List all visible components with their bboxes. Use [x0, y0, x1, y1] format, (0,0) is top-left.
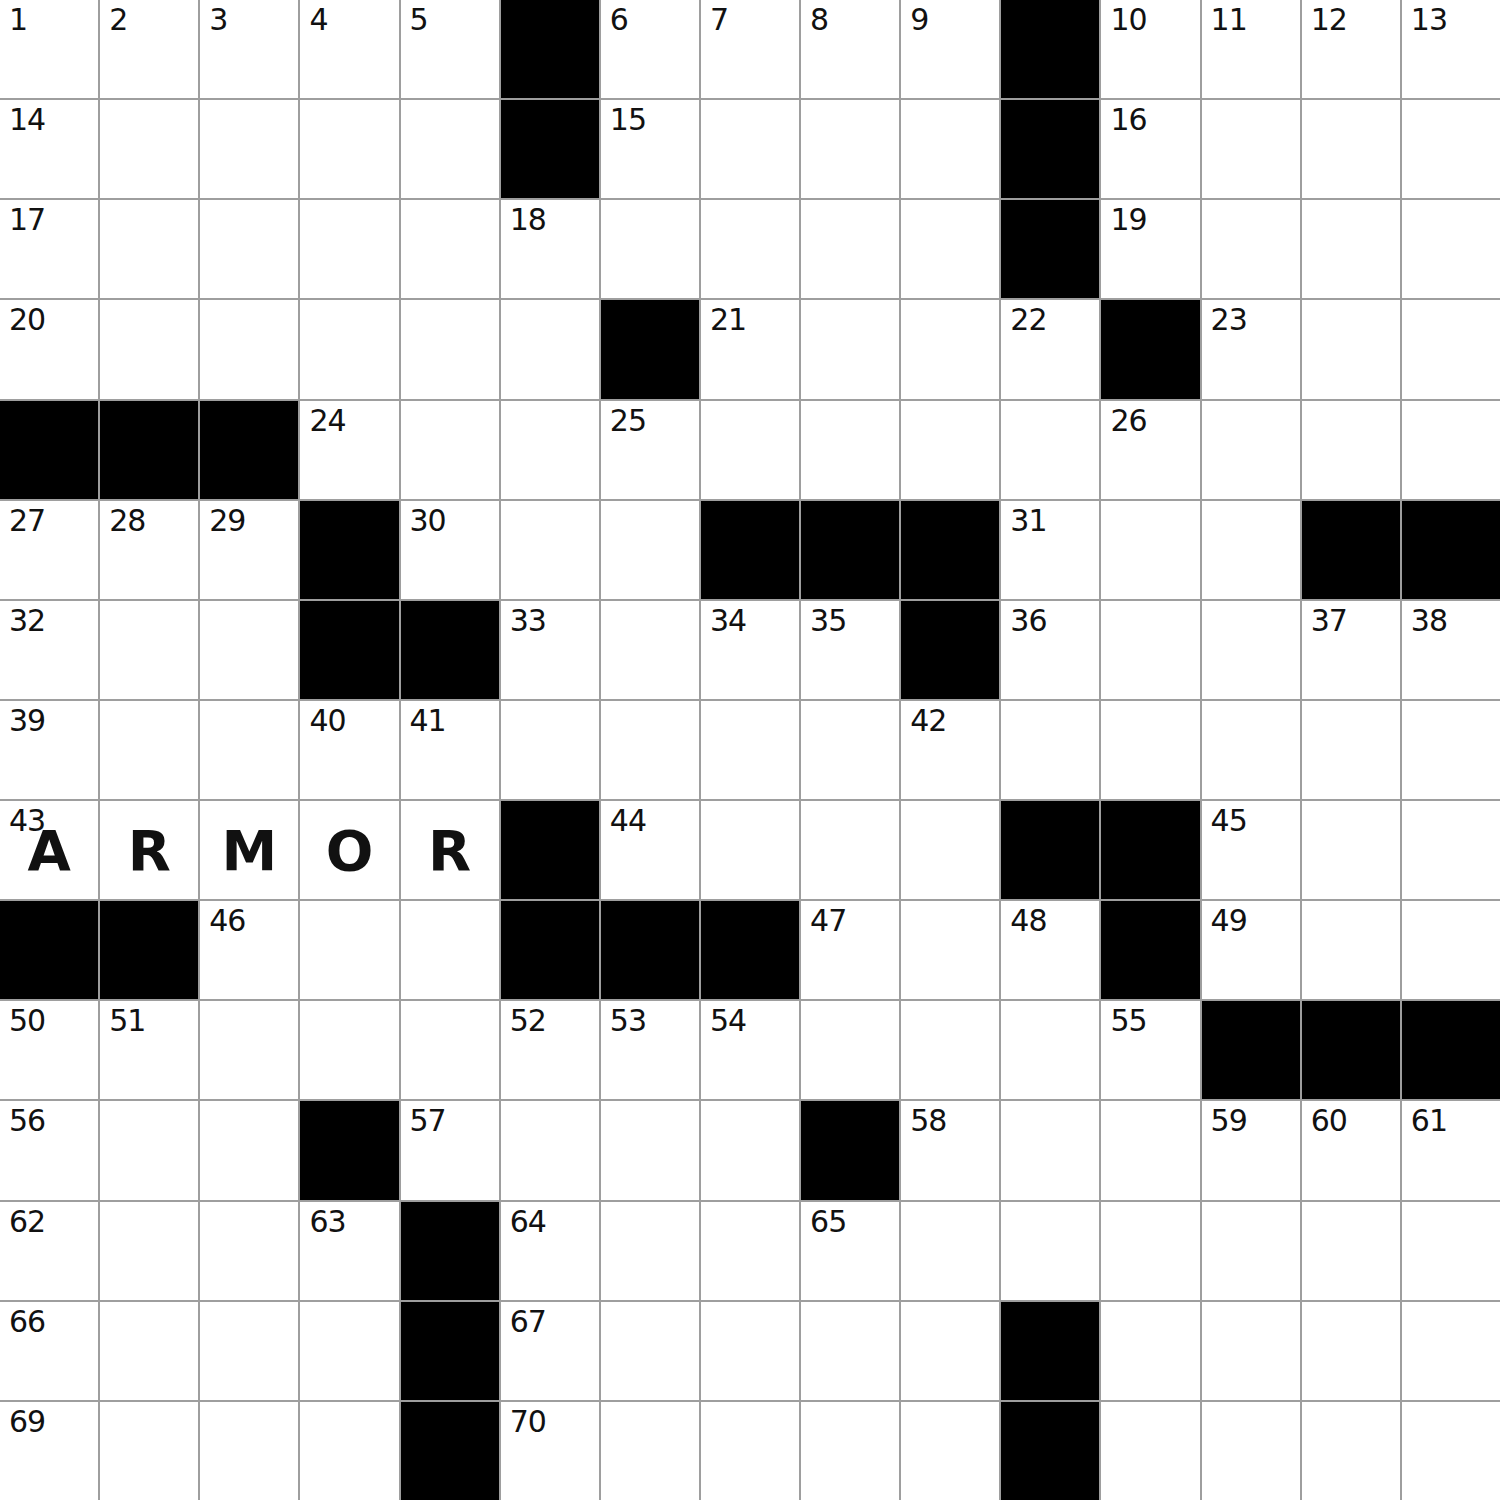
- grid-cell[interactable]: 29: [200, 501, 298, 599]
- clue-number: 44: [610, 806, 646, 836]
- grid-cell[interactable]: [1302, 901, 1400, 999]
- grid-cell[interactable]: [1101, 601, 1199, 699]
- grid-cell[interactable]: [401, 200, 499, 298]
- grid-cell[interactable]: M: [200, 801, 298, 899]
- black-cell: [801, 501, 899, 599]
- grid-cell[interactable]: 56: [0, 1101, 98, 1199]
- grid-cell[interactable]: [1302, 200, 1400, 298]
- clue-number: 23: [1211, 305, 1247, 335]
- grid-cell[interactable]: 66: [0, 1302, 98, 1400]
- black-cell: [601, 901, 699, 999]
- clue-number: 41: [410, 706, 446, 736]
- black-cell: [300, 601, 398, 699]
- clue-number: 45: [1211, 806, 1247, 836]
- grid-cell[interactable]: [801, 701, 899, 799]
- grid-cell[interactable]: 5: [401, 0, 499, 98]
- grid-cell[interactable]: [1101, 701, 1199, 799]
- clue-number: 46: [209, 906, 245, 936]
- grid-cell[interactable]: [901, 801, 999, 899]
- grid-cell[interactable]: [100, 100, 198, 198]
- black-cell: [501, 0, 599, 98]
- clue-number: 12: [1311, 5, 1347, 35]
- grid-cell[interactable]: [200, 100, 298, 198]
- grid-cell[interactable]: [1202, 1302, 1300, 1400]
- clue-number: 29: [209, 506, 245, 536]
- grid-cell[interactable]: [1402, 100, 1500, 198]
- clue-number: 53: [610, 1006, 646, 1036]
- grid-cell[interactable]: [501, 300, 599, 398]
- black-cell: [701, 501, 799, 599]
- grid-cell[interactable]: [701, 401, 799, 499]
- grid-cell[interactable]: [1402, 901, 1500, 999]
- grid-cell[interactable]: [901, 200, 999, 298]
- grid-cell[interactable]: 38: [1402, 601, 1500, 699]
- clue-number: 34: [710, 606, 746, 636]
- grid-cell[interactable]: [1001, 1202, 1099, 1300]
- clue-number: 56: [9, 1106, 45, 1136]
- grid-cell[interactable]: [501, 701, 599, 799]
- clue-number: 4: [309, 5, 327, 35]
- black-cell: [1101, 801, 1199, 899]
- black-cell: [1302, 1001, 1400, 1099]
- grid-cell[interactable]: [801, 300, 899, 398]
- grid-cell[interactable]: 19: [1101, 200, 1199, 298]
- clue-number: 67: [510, 1307, 546, 1337]
- grid-cell[interactable]: [501, 501, 599, 599]
- grid-cell[interactable]: 45: [1202, 801, 1300, 899]
- grid-cell[interactable]: 10: [1101, 0, 1199, 98]
- grid-cell[interactable]: 13: [1402, 0, 1500, 98]
- grid-cell[interactable]: [601, 200, 699, 298]
- grid-cell[interactable]: 31: [1001, 501, 1099, 599]
- grid-cell[interactable]: [1402, 1202, 1500, 1300]
- grid-cell[interactable]: [1402, 1302, 1500, 1400]
- grid-cell[interactable]: [100, 1101, 198, 1199]
- grid-cell[interactable]: [1302, 1202, 1400, 1300]
- grid-cell[interactable]: [601, 1202, 699, 1300]
- grid-cell[interactable]: 49: [1202, 901, 1300, 999]
- clue-number: 38: [1411, 606, 1447, 636]
- grid-cell[interactable]: 3: [200, 0, 298, 98]
- clue-number: 5: [410, 5, 428, 35]
- grid-cell[interactable]: 60: [1302, 1101, 1400, 1199]
- clue-number: 8: [810, 5, 828, 35]
- grid-cell[interactable]: [601, 1402, 699, 1500]
- black-cell: [0, 901, 98, 999]
- clue-number: 6: [610, 5, 628, 35]
- grid-cell[interactable]: 46: [200, 901, 298, 999]
- grid-cell[interactable]: [1302, 701, 1400, 799]
- clue-number: 62: [9, 1207, 45, 1237]
- black-cell: [1001, 0, 1099, 98]
- clue-number: 35: [810, 606, 846, 636]
- grid-cell[interactable]: [1202, 1202, 1300, 1300]
- clue-number: 13: [1411, 5, 1447, 35]
- black-cell: [1001, 200, 1099, 298]
- entry-letter: O: [300, 801, 398, 899]
- black-cell: [1001, 1402, 1099, 1500]
- clue-number: 15: [610, 105, 646, 135]
- grid-cell[interactable]: 32: [0, 601, 98, 699]
- grid-cell[interactable]: 36: [1001, 601, 1099, 699]
- grid-cell[interactable]: 43A: [0, 801, 98, 899]
- grid-cell[interactable]: 8: [801, 0, 899, 98]
- grid-cell[interactable]: [300, 1001, 398, 1099]
- clue-number: 37: [1311, 606, 1347, 636]
- clue-number: 36: [1010, 606, 1046, 636]
- black-cell: [501, 801, 599, 899]
- grid-cell[interactable]: [401, 100, 499, 198]
- grid-cell[interactable]: [801, 1302, 899, 1400]
- black-cell: [401, 1302, 499, 1400]
- black-cell: [0, 401, 98, 499]
- grid-cell[interactable]: [200, 1402, 298, 1500]
- clue-number: 10: [1110, 5, 1146, 35]
- grid-cell[interactable]: [601, 1101, 699, 1199]
- grid-cell[interactable]: 51: [100, 1001, 198, 1099]
- grid-cell[interactable]: 9: [901, 0, 999, 98]
- grid-cell[interactable]: [701, 1302, 799, 1400]
- grid-cell[interactable]: [1302, 1402, 1400, 1500]
- black-cell: [901, 501, 999, 599]
- clue-number: 55: [1110, 1006, 1146, 1036]
- grid-cell[interactable]: [401, 901, 499, 999]
- grid-cell[interactable]: [300, 1402, 398, 1500]
- clue-number: 51: [109, 1006, 145, 1036]
- clue-number: 63: [309, 1207, 345, 1237]
- grid-cell[interactable]: 54: [701, 1001, 799, 1099]
- clue-number: 70: [510, 1407, 546, 1437]
- grid-cell[interactable]: 34: [701, 601, 799, 699]
- grid-cell[interactable]: 24: [300, 401, 398, 499]
- clue-number: 3: [209, 5, 227, 35]
- grid-cell[interactable]: [901, 1001, 999, 1099]
- grid-cell[interactable]: [901, 901, 999, 999]
- grid-cell[interactable]: [300, 901, 398, 999]
- clue-number: 40: [309, 706, 345, 736]
- grid-cell[interactable]: [901, 300, 999, 398]
- entry-letter: R: [100, 801, 198, 899]
- grid-cell[interactable]: [1302, 801, 1400, 899]
- clue-number: 2: [109, 5, 127, 35]
- grid-cell[interactable]: 30: [401, 501, 499, 599]
- black-cell: [601, 300, 699, 398]
- grid-cell[interactable]: [200, 300, 298, 398]
- grid-cell[interactable]: [200, 1202, 298, 1300]
- black-cell: [1302, 501, 1400, 599]
- clue-number: 30: [410, 506, 446, 536]
- clue-number: 11: [1211, 5, 1247, 35]
- grid-cell[interactable]: [601, 701, 699, 799]
- grid-cell[interactable]: [901, 1202, 999, 1300]
- grid-cell[interactable]: 59: [1202, 1101, 1300, 1199]
- grid-cell[interactable]: O: [300, 801, 398, 899]
- grid-cell[interactable]: [1302, 300, 1400, 398]
- clue-number: 57: [410, 1106, 446, 1136]
- black-cell: [300, 501, 398, 599]
- clue-number: 64: [510, 1207, 546, 1237]
- clue-number: 60: [1311, 1106, 1347, 1136]
- black-cell: [901, 601, 999, 699]
- grid-cell[interactable]: [701, 701, 799, 799]
- grid-cell[interactable]: [1402, 200, 1500, 298]
- grid-cell[interactable]: [100, 200, 198, 298]
- grid-cell[interactable]: 63: [300, 1202, 398, 1300]
- entry-letter: R: [401, 801, 499, 899]
- grid-cell[interactable]: [1001, 1001, 1099, 1099]
- clue-number: 21: [710, 305, 746, 335]
- grid-cell[interactable]: [901, 1402, 999, 1500]
- grid-cell[interactable]: 70: [501, 1402, 599, 1500]
- grid-cell[interactable]: [1101, 501, 1199, 599]
- grid-cell[interactable]: 11: [1202, 0, 1300, 98]
- clue-number: 20: [9, 305, 45, 335]
- grid-cell[interactable]: [1101, 1302, 1199, 1400]
- grid-cell[interactable]: [1001, 401, 1099, 499]
- clue-number: 48: [1010, 906, 1046, 936]
- grid-cell[interactable]: [1402, 401, 1500, 499]
- grid-cell[interactable]: [200, 601, 298, 699]
- grid-cell[interactable]: 25: [601, 401, 699, 499]
- grid-cell[interactable]: 55: [1101, 1001, 1199, 1099]
- grid-cell[interactable]: [801, 100, 899, 198]
- grid-cell[interactable]: [1202, 701, 1300, 799]
- grid-cell[interactable]: 22: [1001, 300, 1099, 398]
- clue-number: 9: [910, 5, 928, 35]
- grid-cell[interactable]: [701, 100, 799, 198]
- grid-cell[interactable]: [1101, 1101, 1199, 1199]
- clue-number: 25: [610, 406, 646, 436]
- clue-number: 58: [910, 1106, 946, 1136]
- clue-number: 18: [510, 205, 546, 235]
- grid-cell[interactable]: [1202, 200, 1300, 298]
- grid-cell[interactable]: 26: [1101, 401, 1199, 499]
- grid-cell[interactable]: [901, 401, 999, 499]
- clue-number: 54: [710, 1006, 746, 1036]
- grid-cell[interactable]: [1101, 1402, 1199, 1500]
- grid-cell[interactable]: [1302, 100, 1400, 198]
- black-cell: [401, 1402, 499, 1500]
- clue-number: 31: [1010, 506, 1046, 536]
- black-cell: [1101, 901, 1199, 999]
- grid-cell[interactable]: [1202, 401, 1300, 499]
- clue-number: 7: [710, 5, 728, 35]
- grid-cell[interactable]: [501, 1101, 599, 1199]
- grid-cell[interactable]: [701, 1402, 799, 1500]
- grid-cell[interactable]: 15: [601, 100, 699, 198]
- grid-cell[interactable]: 7: [701, 0, 799, 98]
- black-cell: [1402, 1001, 1500, 1099]
- grid-cell[interactable]: [1001, 1101, 1099, 1199]
- clue-number: 49: [1211, 906, 1247, 936]
- clue-number: 52: [510, 1006, 546, 1036]
- black-cell: [300, 1101, 398, 1199]
- grid-cell[interactable]: [601, 501, 699, 599]
- grid-cell[interactable]: [200, 200, 298, 298]
- grid-cell[interactable]: [701, 801, 799, 899]
- grid-cell[interactable]: 28: [100, 501, 198, 599]
- clue-number: 50: [9, 1006, 45, 1036]
- grid-cell[interactable]: 35: [801, 601, 899, 699]
- black-cell: [701, 901, 799, 999]
- grid-cell[interactable]: [1101, 1202, 1199, 1300]
- grid-cell[interactable]: 18: [501, 200, 599, 298]
- black-cell: [801, 1101, 899, 1199]
- grid-cell[interactable]: [100, 1302, 198, 1400]
- clue-number: 69: [9, 1407, 45, 1437]
- grid-cell[interactable]: 1: [0, 0, 98, 98]
- clue-number: 39: [9, 706, 45, 736]
- grid-cell[interactable]: 20: [0, 300, 98, 398]
- grid-cell[interactable]: 52: [501, 1001, 599, 1099]
- clue-number: 61: [1411, 1106, 1447, 1136]
- black-cell: [1001, 801, 1099, 899]
- grid-cell[interactable]: 61: [1402, 1101, 1500, 1199]
- grid-cell[interactable]: 67: [501, 1302, 599, 1400]
- grid-cell[interactable]: 6: [601, 0, 699, 98]
- grid-cell[interactable]: [1302, 401, 1400, 499]
- clue-number: 47: [810, 906, 846, 936]
- clue-number: 66: [9, 1307, 45, 1337]
- grid-cell[interactable]: [1402, 701, 1500, 799]
- grid-cell[interactable]: [1402, 1402, 1500, 1500]
- grid-cell[interactable]: 64: [501, 1202, 599, 1300]
- grid-cell[interactable]: 53: [601, 1001, 699, 1099]
- grid-cell[interactable]: [701, 1101, 799, 1199]
- grid-cell[interactable]: [801, 1001, 899, 1099]
- grid-cell[interactable]: [1402, 300, 1500, 398]
- grid-cell[interactable]: [1001, 701, 1099, 799]
- grid-cell[interactable]: 62: [0, 1202, 98, 1300]
- grid-cell[interactable]: 69: [0, 1402, 98, 1500]
- black-cell: [1001, 100, 1099, 198]
- grid-cell[interactable]: [901, 1302, 999, 1400]
- grid-cell[interactable]: [1402, 801, 1500, 899]
- grid-cell[interactable]: 14: [0, 100, 98, 198]
- grid-cell[interactable]: 58: [901, 1101, 999, 1199]
- clue-number: 28: [109, 506, 145, 536]
- grid-cell[interactable]: [100, 1202, 198, 1300]
- clue-number: 32: [9, 606, 45, 636]
- grid-cell[interactable]: [1202, 501, 1300, 599]
- grid-cell[interactable]: 23: [1202, 300, 1300, 398]
- grid-cell[interactable]: [100, 701, 198, 799]
- grid-cell[interactable]: [601, 1302, 699, 1400]
- black-cell: [1001, 1302, 1099, 1400]
- grid-cell[interactable]: [801, 401, 899, 499]
- grid-cell[interactable]: [801, 801, 899, 899]
- grid-cell[interactable]: 40: [300, 701, 398, 799]
- black-cell: [100, 401, 198, 499]
- grid-cell[interactable]: [701, 1202, 799, 1300]
- clue-number: 26: [1110, 406, 1146, 436]
- grid-cell[interactable]: [1202, 1402, 1300, 1500]
- clue-number: 17: [9, 205, 45, 235]
- clue-number: 27: [9, 506, 45, 536]
- grid-cell[interactable]: 33: [501, 601, 599, 699]
- crossword-grid: 1234567891011121314151617181920212223242…: [0, 0, 1500, 1500]
- grid-cell[interactable]: [300, 100, 398, 198]
- clue-number: 65: [810, 1207, 846, 1237]
- clue-number: 19: [1110, 205, 1146, 235]
- grid-cell[interactable]: 39: [0, 701, 98, 799]
- grid-cell[interactable]: [901, 100, 999, 198]
- black-cell: [401, 1202, 499, 1300]
- grid-cell[interactable]: 41: [401, 701, 499, 799]
- black-cell: [401, 601, 499, 699]
- grid-cell[interactable]: [200, 1001, 298, 1099]
- grid-cell[interactable]: [200, 1101, 298, 1199]
- clue-number: 24: [309, 406, 345, 436]
- grid-cell[interactable]: [1202, 601, 1300, 699]
- grid-cell[interactable]: [401, 300, 499, 398]
- grid-cell[interactable]: [100, 1402, 198, 1500]
- grid-cell[interactable]: [200, 701, 298, 799]
- grid-cell[interactable]: R: [401, 801, 499, 899]
- grid-cell[interactable]: 2: [100, 0, 198, 98]
- grid-cell[interactable]: 21: [701, 300, 799, 398]
- grid-cell[interactable]: [801, 200, 899, 298]
- grid-cell[interactable]: 16: [1101, 100, 1199, 198]
- grid-cell[interactable]: [801, 1402, 899, 1500]
- clue-number: 42: [910, 706, 946, 736]
- grid-cell[interactable]: R: [100, 801, 198, 899]
- grid-cell[interactable]: 4: [300, 0, 398, 98]
- grid-cell[interactable]: [601, 601, 699, 699]
- grid-cell[interactable]: 44: [601, 801, 699, 899]
- clue-number: 1: [9, 5, 27, 35]
- grid-cell[interactable]: [401, 1001, 499, 1099]
- grid-cell[interactable]: [300, 1302, 398, 1400]
- grid-cell[interactable]: 50: [0, 1001, 98, 1099]
- black-cell: [1402, 501, 1500, 599]
- grid-cell[interactable]: 47: [801, 901, 899, 999]
- black-cell: [501, 100, 599, 198]
- grid-cell[interactable]: 27: [0, 501, 98, 599]
- grid-cell[interactable]: [1302, 1302, 1400, 1400]
- black-cell: [501, 901, 599, 999]
- black-cell: [1101, 300, 1199, 398]
- grid-cell[interactable]: [1202, 100, 1300, 198]
- clue-number: 33: [510, 606, 546, 636]
- grid-cell[interactable]: 37: [1302, 601, 1400, 699]
- clue-number: 14: [9, 105, 45, 135]
- grid-cell[interactable]: [401, 401, 499, 499]
- black-cell: [1202, 1001, 1300, 1099]
- grid-cell[interactable]: 57: [401, 1101, 499, 1199]
- clue-number: 59: [1211, 1106, 1247, 1136]
- grid-cell[interactable]: 65: [801, 1202, 899, 1300]
- entry-letter: A: [0, 801, 98, 899]
- grid-cell[interactable]: [701, 200, 799, 298]
- grid-cell[interactable]: 42: [901, 701, 999, 799]
- grid-cell[interactable]: [300, 300, 398, 398]
- clue-number: 16: [1110, 105, 1146, 135]
- grid-cell[interactable]: [200, 1302, 298, 1400]
- entry-letter: M: [200, 801, 298, 899]
- clue-number: 22: [1010, 305, 1046, 335]
- grid-cell[interactable]: 17: [0, 200, 98, 298]
- grid-cell[interactable]: [300, 200, 398, 298]
- grid-cell[interactable]: 12: [1302, 0, 1400, 98]
- grid-cell[interactable]: 48: [1001, 901, 1099, 999]
- grid-cell[interactable]: [501, 401, 599, 499]
- grid-cell[interactable]: [100, 300, 198, 398]
- grid-cell[interactable]: [100, 601, 198, 699]
- black-cell: [100, 901, 198, 999]
- black-cell: [200, 401, 298, 499]
